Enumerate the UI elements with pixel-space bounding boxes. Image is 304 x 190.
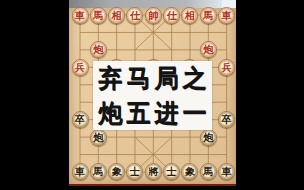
- piece-glyph: 卒: [222, 112, 232, 127]
- piece-red-兵[interactable]: 兵: [72, 59, 89, 76]
- piece-glyph: 馬: [203, 164, 213, 179]
- piece-red-車[interactable]: 車: [218, 7, 235, 24]
- piece-glyph: 士: [130, 164, 140, 179]
- piece-glyph: 炮: [93, 42, 103, 57]
- piece-red-帥[interactable]: 帥: [145, 7, 162, 24]
- piece-glyph: 兵: [222, 59, 232, 74]
- piece-glyph: 車: [75, 7, 85, 22]
- bottom-bar: [69, 186, 236, 190]
- title-line-1: 弃马局之: [99, 63, 211, 93]
- piece-glyph: 將: [148, 164, 158, 179]
- piece-glyph: 車: [75, 164, 85, 179]
- piece-black-卒[interactable]: 卒: [72, 111, 89, 128]
- piece-glyph: 仕: [167, 7, 177, 22]
- piece-glyph: 象: [185, 164, 195, 179]
- piece-black-炮[interactable]: 炮: [200, 129, 217, 146]
- piece-glyph: 馬: [203, 7, 213, 22]
- piece-black-炮[interactable]: 炮: [90, 129, 107, 146]
- piece-red-相[interactable]: 相: [108, 7, 125, 24]
- letterbox-right: [236, 0, 304, 190]
- piece-glyph: 炮: [203, 42, 213, 57]
- piece-glyph: 車: [222, 164, 232, 179]
- title-line-2: 炮五进一: [99, 98, 211, 128]
- piece-glyph: 帥: [148, 7, 158, 22]
- piece-red-馬[interactable]: 馬: [90, 7, 107, 24]
- video-frame[interactable]: 車馬相仕帥仕相馬車炮炮兵兵兵兵兵卒卒卒卒卒炮炮車馬象士將士象馬車 弃马局之 炮五…: [0, 0, 304, 190]
- piece-red-仕[interactable]: 仕: [126, 7, 143, 24]
- piece-glyph: 相: [112, 7, 122, 22]
- piece-glyph: 馬: [93, 164, 103, 179]
- piece-glyph: 相: [185, 7, 195, 22]
- piece-red-馬[interactable]: 馬: [200, 7, 217, 24]
- piece-black-車[interactable]: 車: [72, 163, 89, 180]
- piece-glyph: 炮: [203, 129, 213, 144]
- piece-glyph: 車: [222, 7, 232, 22]
- title-overlay: 弃马局之 炮五进一: [93, 61, 212, 130]
- piece-red-兵[interactable]: 兵: [218, 59, 235, 76]
- piece-glyph: 士: [167, 164, 177, 179]
- piece-glyph: 仕: [130, 7, 140, 22]
- letterbox-left: [0, 0, 69, 190]
- piece-red-相[interactable]: 相: [181, 7, 198, 24]
- piece-glyph: 卒: [75, 112, 85, 127]
- piece-glyph: 象: [112, 164, 122, 179]
- piece-glyph: 炮: [93, 129, 103, 144]
- piece-red-仕[interactable]: 仕: [163, 7, 180, 24]
- piece-glyph: 馬: [93, 7, 103, 22]
- piece-glyph: 兵: [75, 59, 85, 74]
- piece-red-車[interactable]: 車: [72, 7, 89, 24]
